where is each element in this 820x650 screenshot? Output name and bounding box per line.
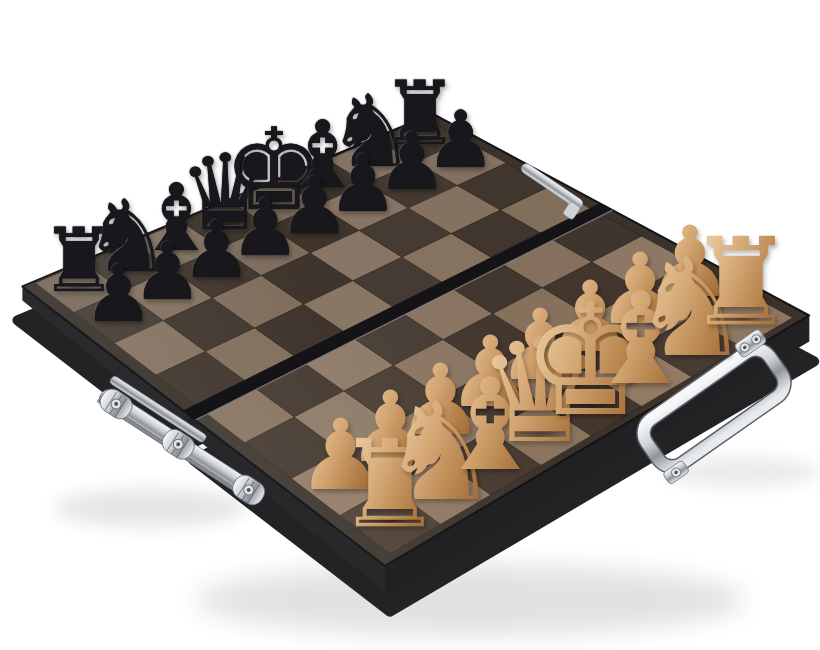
chess-set-scene: ♜♞♝♛♚♝♞♜♟♟♟♟♟♟♟♟♟♟♟♟♟♟♟♟♜♞♝♛♚♝♞♜	[0, 0, 820, 650]
piece-layer: ♜♞♝♛♚♝♞♜♟♟♟♟♟♟♟♟♟♟♟♟♟♟♟♟♜♞♝♛♚♝♞♜	[0, 0, 820, 650]
piece-white-rook-h1[interactable]: ♜	[687, 222, 795, 343]
piece-black-pawn-h7[interactable]: ♟	[425, 100, 496, 179]
